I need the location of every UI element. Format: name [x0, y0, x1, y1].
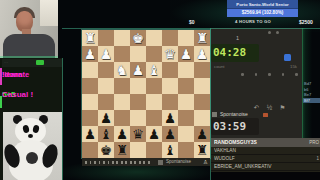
- piece-bQ: ♛︎: [130, 126, 146, 142]
- square-f8[interactable]: ♜︎: [114, 142, 130, 158]
- square-b6[interactable]: [178, 110, 194, 126]
- square-c8[interactable]: ♝︎: [162, 142, 178, 158]
- square-h5[interactable]: [82, 94, 98, 110]
- standings-row[interactable]: EBRIDE_AM_UNKREATIV: [211, 163, 320, 171]
- square-c3[interactable]: [162, 62, 178, 78]
- square-a4[interactable]: [194, 78, 210, 94]
- edge-list-item[interactable]: b6: [303, 87, 320, 92]
- nav-dot-icon[interactable]: [282, 73, 285, 76]
- square-h3[interactable]: [82, 62, 98, 78]
- board-player-name: Spontanoise: [166, 158, 204, 166]
- frame-line: [62, 58, 63, 180]
- blue-badge-icon[interactable]: [284, 54, 291, 61]
- piece-bP: ♟︎: [146, 126, 162, 142]
- standings-row-value: [307, 163, 319, 171]
- player-row: Spontanoise: [211, 111, 302, 118]
- panda-held-object: [26, 152, 38, 164]
- edge-list-item[interactable]: Be7: [303, 92, 320, 97]
- time-control-label: 5+5 Casual !: [2, 89, 63, 101]
- panel-lower-spacer: [211, 172, 320, 180]
- square-h1[interactable]: ♜︎: [82, 30, 98, 46]
- square-e3[interactable]: ♟︎: [130, 62, 146, 78]
- square-a2[interactable]: ♟︎: [194, 46, 210, 62]
- panel-meta-right: 15k: [281, 64, 297, 70]
- square-a7[interactable]: ♟︎: [194, 126, 210, 142]
- square-e1[interactable]: ♚︎: [130, 30, 146, 46]
- edge-move-list[interactable]: Bd7b6Be7Bf7: [303, 81, 320, 104]
- square-g3[interactable]: [98, 62, 114, 78]
- menu-icon[interactable]: [276, 31, 279, 34]
- square-f1[interactable]: [114, 30, 130, 46]
- square-c6[interactable]: ♟︎: [162, 110, 178, 126]
- standings-panel: RANDOMSGUY3S PRO VAKHLANWUDOLF1EBRIDE_AM…: [211, 138, 320, 172]
- piece-bP: ♟︎: [162, 110, 178, 126]
- opponent-clock: 04:28: [211, 44, 259, 62]
- square-a3[interactable]: [194, 62, 210, 78]
- standings-header: RANDOMSGUY3S PRO: [211, 138, 320, 147]
- square-a5[interactable]: [194, 94, 210, 110]
- square-g5[interactable]: [98, 94, 114, 110]
- streamer-torso: [3, 34, 55, 58]
- square-d8[interactable]: [146, 142, 162, 158]
- square-d2[interactable]: [146, 46, 162, 62]
- player-avatar: [158, 160, 163, 165]
- player-clock: 03:59: [211, 118, 259, 135]
- square-e2[interactable]: [130, 46, 146, 62]
- piece-wP: ♟︎: [82, 46, 98, 62]
- piece-bP: ♟︎: [98, 110, 114, 126]
- panda-plush-photo: [3, 112, 62, 180]
- standings-row[interactable]: WUDOLF1: [211, 155, 320, 163]
- green-status-chip: [36, 60, 44, 65]
- donation-goal-title: Porto Santo-World Senior: [227, 0, 298, 9]
- square-g8[interactable]: ♚︎: [98, 142, 114, 158]
- settings-icon[interactable]: [268, 31, 271, 34]
- square-g2[interactable]: ♟︎: [98, 46, 114, 62]
- donation-time-remaining: 4 HOURS TO GO: [228, 18, 278, 26]
- square-h4[interactable]: [82, 78, 98, 94]
- webcam-window-light: [40, 0, 58, 26]
- panel-top-text: 1: [236, 34, 248, 42]
- frame-line: [62, 28, 320, 29]
- captured-pieces-strip: [85, 161, 151, 164]
- standings-row-value: [307, 147, 319, 155]
- square-e5[interactable]: [130, 94, 146, 110]
- piece-wP: ♟︎: [130, 62, 146, 78]
- piece-wP: ♟︎: [98, 46, 114, 62]
- piece-bP: ♟︎: [114, 126, 130, 142]
- square-b8[interactable]: [178, 142, 194, 158]
- player-avatar: [212, 112, 217, 117]
- standings-row-name: VAKHLAN: [214, 147, 304, 155]
- overlay-header-strip: ···: [2, 59, 62, 67]
- square-f4[interactable]: [114, 78, 130, 94]
- piece-bB: ♝︎: [98, 126, 114, 142]
- square-h7[interactable]: ♟︎: [82, 126, 98, 142]
- player-flag-icon: [263, 113, 268, 117]
- piece-wN: ♞︎: [114, 62, 130, 78]
- webcam-feed: [0, 0, 58, 58]
- square-d7[interactable]: ♟︎: [146, 126, 162, 142]
- piece-bP: ♟︎: [82, 126, 98, 142]
- square-a8[interactable]: ♜︎: [194, 142, 210, 158]
- piece-bP: ♟︎: [194, 126, 210, 142]
- standings-row[interactable]: VAKHLAN: [211, 147, 320, 155]
- square-c5[interactable]: [162, 94, 178, 110]
- square-d3[interactable]: ♝︎: [146, 62, 162, 78]
- square-c4[interactable]: [162, 78, 178, 94]
- square-g6[interactable]: ♟︎: [98, 110, 114, 126]
- square-g4[interactable]: [98, 78, 114, 94]
- square-f7[interactable]: ♟︎: [114, 126, 130, 142]
- edge-list-item[interactable]: Bd7: [303, 81, 320, 86]
- square-f3[interactable]: ♞︎: [114, 62, 130, 78]
- square-e6[interactable]: [130, 110, 146, 126]
- donation-goal-progress: $2569.94 (102.80%): [227, 9, 298, 17]
- donation-scale-max: $2500: [299, 18, 320, 26]
- chess-board[interactable]: ♜︎♚︎♜︎♟︎♟︎♛︎♟︎♟︎♞︎♟︎♝︎♟︎♟︎♟︎♝︎♟︎♛︎♟︎♟︎♟︎…: [82, 30, 210, 158]
- nav-dot-icon[interactable]: [268, 73, 271, 76]
- square-f6[interactable]: [114, 110, 130, 126]
- overlay-header-text: ···: [4, 61, 24, 64]
- square-h6[interactable]: [82, 110, 98, 126]
- nav-dot-icon[interactable]: [295, 73, 298, 76]
- square-d5[interactable]: [146, 94, 162, 110]
- left-overlay-panel: ··· !learn!donate 5+5 Casual !: [0, 58, 63, 180]
- square-d1[interactable]: [146, 30, 162, 46]
- standings-header-badge: PRO: [303, 138, 319, 147]
- edge-list-item[interactable]: Bf7: [303, 98, 320, 103]
- square-c7[interactable]: ♟︎: [162, 126, 178, 142]
- frame-line: [302, 28, 303, 138]
- square-e4[interactable]: [130, 78, 146, 94]
- piece-bK: ♚︎: [98, 142, 114, 158]
- panel-meta-left: count: [214, 64, 248, 70]
- board-footer-bar: Spontanoise ♙: [82, 158, 210, 166]
- nav-dot-icon[interactable]: [255, 73, 258, 76]
- standings-row-name: EBRIDE_AM_UNKREATIV: [214, 163, 304, 171]
- piece-wB: ♝︎: [146, 62, 162, 78]
- piece-wQ: ♛︎: [162, 46, 178, 62]
- square-e8[interactable]: [130, 142, 146, 158]
- panda-nose: [28, 134, 33, 138]
- chat-commands: !learn!donate: [2, 69, 63, 80]
- square-b2[interactable]: ♟︎: [178, 46, 194, 62]
- piece-wR: ♜︎: [82, 30, 98, 46]
- square-a6[interactable]: [194, 110, 210, 126]
- frame-line: [210, 28, 211, 180]
- piece-bR: ♜︎: [114, 142, 130, 158]
- standings-row-name: WUDOLF: [214, 155, 304, 163]
- square-f2[interactable]: [114, 46, 130, 62]
- piece-bB: ♝︎: [162, 142, 178, 158]
- donation-scale-min: $0: [189, 18, 203, 26]
- piece-wR: ♜︎: [194, 30, 210, 46]
- nav-dot-icon[interactable]: [241, 73, 244, 76]
- casual-text: Casual !: [2, 89, 33, 101]
- piece-wP: ♟︎: [178, 46, 194, 62]
- square-h8[interactable]: [82, 142, 98, 158]
- square-f5[interactable]: [114, 94, 130, 110]
- square-h2[interactable]: ♟︎: [82, 46, 98, 62]
- standings-header-name: RANDOMSGUY3S: [214, 138, 294, 147]
- square-b1[interactable]: [178, 30, 194, 46]
- square-g1[interactable]: [98, 30, 114, 46]
- square-d6[interactable]: [146, 110, 162, 126]
- square-g7[interactable]: ♝︎: [98, 126, 114, 142]
- piece-bP: ♟︎: [162, 126, 178, 142]
- square-b4[interactable]: [178, 78, 194, 94]
- square-e7[interactable]: ♛︎: [130, 126, 146, 142]
- square-b7[interactable]: [178, 126, 194, 142]
- white-pawn-icon: ♙: [203, 158, 210, 166]
- square-b5[interactable]: [178, 94, 194, 110]
- piece-wP: ♟︎: [194, 46, 210, 62]
- move-nav-controls[interactable]: [241, 72, 301, 76]
- square-d4[interactable]: [146, 78, 162, 94]
- standings-row-value: 1: [307, 155, 319, 163]
- piece-bR: ♜︎: [194, 142, 210, 158]
- square-c2[interactable]: ♛︎: [162, 46, 178, 62]
- command-donate: !donate: [2, 69, 29, 80]
- stream-scene: ··· !learn!donate 5+5 Casual ! Porto San…: [0, 0, 320, 180]
- square-b3[interactable]: [178, 62, 194, 78]
- square-c1[interactable]: [162, 30, 178, 46]
- piece-wK: ♚︎: [130, 30, 146, 46]
- square-a1[interactable]: ♜︎: [194, 30, 210, 46]
